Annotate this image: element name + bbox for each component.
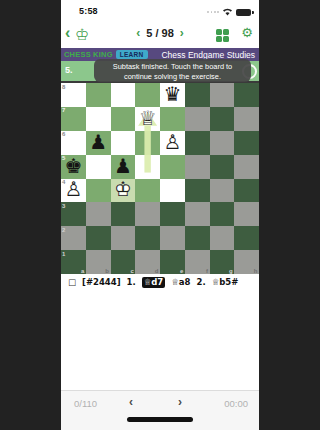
toast-line1: Subtask finished. Touch the board to xyxy=(94,62,251,73)
square-h6[interactable] xyxy=(234,131,259,155)
square-a6[interactable]: 6 xyxy=(61,131,86,155)
square-d8[interactable] xyxy=(135,83,160,107)
square-a3[interactable]: 3 xyxy=(61,202,86,226)
rank-label-6: 6 xyxy=(62,131,65,137)
move1-black[interactable]: ♕a8 xyxy=(171,277,190,287)
square-g4[interactable] xyxy=(210,179,235,203)
move2-white[interactable]: ♕b5# xyxy=(212,277,239,287)
square-g5[interactable] xyxy=(210,155,235,179)
rank-label-8: 8 xyxy=(62,84,65,90)
next-move-button[interactable]: › xyxy=(178,395,182,409)
file-label-f: f xyxy=(206,268,208,274)
square-h2[interactable] xyxy=(234,226,259,250)
file-label-b: b xyxy=(105,268,109,274)
bottom-bar: 0/110 ‹ › 00:00 xyxy=(61,390,259,430)
exercise-counter: ‹5 / 98› xyxy=(61,26,259,40)
toast-message: Subtask finished. Touch the board to con… xyxy=(94,59,251,82)
file-label-c: c xyxy=(130,268,133,274)
status-bar: 5:58 xyxy=(61,0,259,22)
black-pawn-c5[interactable]: ♟ xyxy=(111,155,136,179)
file-label-e: e xyxy=(180,268,183,274)
square-e5[interactable] xyxy=(160,155,185,179)
prev-move-button[interactable]: ‹ xyxy=(129,395,133,409)
nav-bar: ‹ ♔ ‹5 / 98› ⚙ xyxy=(61,22,259,48)
white-queen-d7[interactable]: ♛♕ xyxy=(135,107,160,131)
home-indicator[interactable] xyxy=(127,417,193,422)
square-e3[interactable] xyxy=(160,202,185,226)
course-title: Chess Endgame Studies xyxy=(161,50,256,60)
square-b4[interactable] xyxy=(86,179,111,203)
square-h3[interactable] xyxy=(234,202,259,226)
square-h1[interactable]: h xyxy=(234,250,259,274)
black-king-a5[interactable]: ♚ xyxy=(61,155,86,179)
move1-number: 1. xyxy=(127,277,136,287)
cellular-signal-icon xyxy=(207,11,219,13)
square-g1[interactable]: g xyxy=(210,250,235,274)
move1-white-current[interactable]: ♕d7 xyxy=(142,277,166,288)
next-exercise-button[interactable]: › xyxy=(174,26,190,40)
chess-board[interactable]: 8♛7♛♕6♟♟♙5♚♟4♟♙♚♔321abcdefgh xyxy=(61,81,259,274)
square-a5[interactable]: 5♚ xyxy=(61,155,86,179)
rank-label-7: 7 xyxy=(62,107,65,113)
square-b1[interactable]: b xyxy=(86,250,111,274)
battery-icon xyxy=(236,9,251,16)
square-c4[interactable]: ♚♔ xyxy=(111,179,136,203)
square-e4[interactable] xyxy=(160,179,185,203)
square-f8[interactable] xyxy=(185,83,210,107)
black-pawn-b6[interactable]: ♟ xyxy=(86,131,111,155)
status-icons xyxy=(207,8,251,16)
white-king-c4[interactable]: ♚♔ xyxy=(111,179,136,203)
gear-icon[interactable]: ⚙ xyxy=(241,25,253,40)
square-b3[interactable] xyxy=(86,202,111,226)
chess-king-wordmark: CHESS KING xyxy=(64,50,113,59)
square-g6[interactable] xyxy=(210,131,235,155)
white-pawn-a4[interactable]: ♟♙ xyxy=(61,179,86,203)
square-c2[interactable] xyxy=(111,226,136,250)
square-a2[interactable]: 2 xyxy=(61,226,86,250)
square-b2[interactable] xyxy=(86,226,111,250)
file-label-g: g xyxy=(229,268,233,274)
square-a8[interactable]: 8 xyxy=(61,83,86,107)
move-notation: □ [#2444] 1. ♕d7 ♕a8 2. ♕b5# xyxy=(68,277,258,288)
file-label-a: a xyxy=(81,268,84,274)
task-number: 5. xyxy=(65,65,73,75)
problem-id: [#2444] xyxy=(82,277,121,287)
rank-label-2: 2 xyxy=(62,227,65,233)
square-d6[interactable] xyxy=(135,131,160,155)
square-f2[interactable] xyxy=(185,226,210,250)
square-f4[interactable] xyxy=(185,179,210,203)
square-h5[interactable] xyxy=(234,155,259,179)
rank-label-3: 3 xyxy=(62,203,65,209)
black-queen-e8[interactable]: ♛ xyxy=(160,83,185,107)
learn-badge: LEARN xyxy=(116,50,148,60)
move2-number: 2. xyxy=(197,277,206,287)
wifi-icon xyxy=(222,8,233,16)
square-c6[interactable] xyxy=(111,131,136,155)
square-g2[interactable] xyxy=(210,226,235,250)
square-f1[interactable]: f xyxy=(185,250,210,274)
square-d3[interactable] xyxy=(135,202,160,226)
square-b6[interactable]: ♟ xyxy=(86,131,111,155)
progress-count: 0/110 xyxy=(74,398,97,409)
timer-display: 00:00 xyxy=(224,398,248,409)
clock-time: 5:58 xyxy=(79,6,98,16)
square-e6[interactable]: ♟♙ xyxy=(160,131,185,155)
square-c5[interactable]: ♟ xyxy=(111,155,136,179)
square-a7[interactable]: 7 xyxy=(61,107,86,131)
square-g3[interactable] xyxy=(210,202,235,226)
square-f7[interactable] xyxy=(185,107,210,131)
counter-text: 5 / 98 xyxy=(146,27,174,39)
side-to-move-symbol: □ xyxy=(68,277,76,287)
square-h7[interactable] xyxy=(234,107,259,131)
square-g8[interactable] xyxy=(210,83,235,107)
toast-line2: continue solving the exercise. xyxy=(94,72,251,83)
square-h4[interactable] xyxy=(234,179,259,203)
square-e7[interactable] xyxy=(160,107,185,131)
square-b8[interactable] xyxy=(86,83,111,107)
square-c1[interactable]: c xyxy=(111,250,136,274)
square-e8[interactable]: ♛ xyxy=(160,83,185,107)
square-f5[interactable] xyxy=(185,155,210,179)
square-c8[interactable] xyxy=(111,83,136,107)
square-e1[interactable]: e xyxy=(160,250,185,274)
square-d1[interactable]: d xyxy=(135,250,160,274)
square-b7[interactable] xyxy=(86,107,111,131)
file-label-h: h xyxy=(254,268,258,274)
square-d7[interactable]: ♛♕ xyxy=(135,107,160,131)
square-d4[interactable] xyxy=(135,179,160,203)
square-d2[interactable] xyxy=(135,226,160,250)
square-f6[interactable] xyxy=(185,131,210,155)
prev-exercise-button[interactable]: ‹ xyxy=(130,26,146,40)
square-c7[interactable] xyxy=(111,107,136,131)
square-h8[interactable] xyxy=(234,83,259,107)
square-a4[interactable]: 4♟♙ xyxy=(61,179,86,203)
square-c3[interactable] xyxy=(111,202,136,226)
square-d5[interactable] xyxy=(135,155,160,179)
file-label-d: d xyxy=(155,268,159,274)
square-b5[interactable] xyxy=(86,155,111,179)
square-e2[interactable] xyxy=(160,226,185,250)
white-pawn-e6[interactable]: ♟♙ xyxy=(160,131,185,155)
app-screen: 5:58 ‹ ♔ ‹5 / 98› ⚙ CHESS KING LEARN Che… xyxy=(61,0,259,430)
grid-menu-icon[interactable] xyxy=(216,29,229,42)
square-g7[interactable] xyxy=(210,107,235,131)
square-f3[interactable] xyxy=(185,202,210,226)
rank-label-1: 1 xyxy=(62,251,65,257)
square-a1[interactable]: 1a xyxy=(61,250,86,274)
